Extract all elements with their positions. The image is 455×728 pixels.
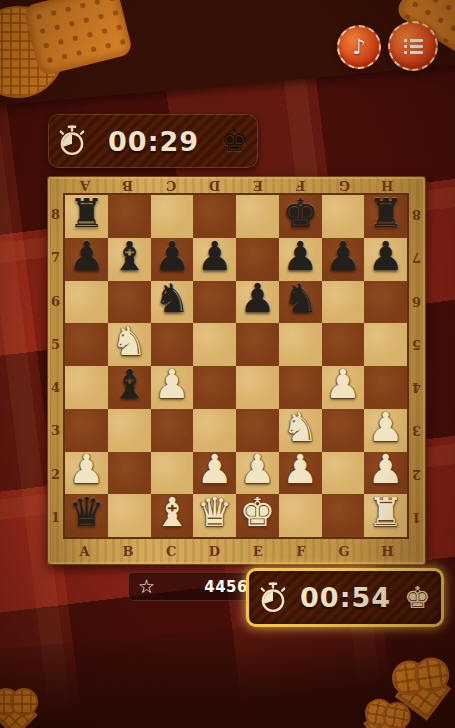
square-a3[interactable] bbox=[65, 409, 108, 452]
square-c6[interactable]: ♞ bbox=[151, 281, 194, 324]
piece-black-bishop-b4[interactable]: ♝ bbox=[111, 364, 147, 404]
coord-label-3: 3 bbox=[409, 409, 425, 452]
menu-list-icon bbox=[404, 36, 423, 57]
piece-white-pawn-c4[interactable]: ♟ bbox=[154, 364, 190, 404]
piece-white-pawn-g4[interactable]: ♟ bbox=[325, 364, 361, 404]
piece-black-pawn-c7[interactable]: ♟ bbox=[154, 236, 190, 276]
square-a7[interactable]: ♟ bbox=[65, 238, 108, 281]
square-b7[interactable]: ♝ bbox=[108, 238, 151, 281]
coord-label-1: 1 bbox=[48, 496, 63, 539]
star-icon: ☆ bbox=[138, 577, 155, 596]
piece-white-knight-b5[interactable]: ♞ bbox=[111, 321, 147, 361]
square-c1[interactable]: ♝ bbox=[151, 494, 194, 537]
piece-white-knight-f3[interactable]: ♞ bbox=[282, 407, 318, 447]
piece-white-pawn-e2[interactable]: ♟ bbox=[239, 449, 275, 489]
heart-cookie-bottom-left bbox=[0, 686, 36, 728]
game-screen: ♪ 00:29 ♚ ABCDEFGH ABCDEFGH 87654321 876… bbox=[0, 0, 455, 728]
coord-label-E: E bbox=[236, 540, 279, 563]
coord-label-4: 4 bbox=[48, 366, 63, 409]
rank-labels-right: 87654321 bbox=[409, 193, 425, 539]
coord-label-C: C bbox=[150, 177, 193, 193]
coord-label-6: 6 bbox=[48, 280, 63, 323]
square-d6[interactable] bbox=[193, 281, 236, 324]
black-timer-panel: 00:29 ♚ bbox=[48, 114, 258, 168]
square-b6[interactable] bbox=[108, 281, 151, 324]
square-f3[interactable]: ♞ bbox=[279, 409, 322, 452]
coord-label-2: 2 bbox=[409, 453, 425, 496]
square-d2[interactable]: ♟ bbox=[193, 452, 236, 495]
coord-label-C: C bbox=[150, 540, 193, 563]
music-note-icon: ♪ bbox=[352, 35, 365, 59]
stopwatch-icon bbox=[58, 125, 86, 157]
square-h6[interactable] bbox=[364, 281, 407, 324]
square-a8[interactable]: ♜ bbox=[65, 195, 108, 238]
piece-black-queen-a1[interactable]: ♛ bbox=[68, 492, 104, 532]
coord-label-2: 2 bbox=[48, 453, 63, 496]
piece-white-bishop-c1[interactable]: ♝ bbox=[154, 492, 190, 532]
square-d3[interactable] bbox=[193, 409, 236, 452]
square-f4[interactable] bbox=[279, 366, 322, 409]
square-b8[interactable] bbox=[108, 195, 151, 238]
square-g8[interactable] bbox=[322, 195, 365, 238]
square-c8[interactable] bbox=[151, 195, 194, 238]
piece-black-pawn-g7[interactable]: ♟ bbox=[325, 236, 361, 276]
square-f1[interactable] bbox=[279, 494, 322, 537]
square-b1[interactable] bbox=[108, 494, 151, 537]
square-b3[interactable] bbox=[108, 409, 151, 452]
coord-label-8: 8 bbox=[48, 193, 63, 236]
square-g2[interactable] bbox=[322, 452, 365, 495]
square-a2[interactable]: ♟ bbox=[65, 452, 108, 495]
piece-white-pawn-f2[interactable]: ♟ bbox=[282, 449, 318, 489]
square-h4[interactable] bbox=[364, 366, 407, 409]
square-f2[interactable]: ♟ bbox=[279, 452, 322, 495]
board-grid: ♜♚♜♟♝♟♟♟♟♟♞♟♞♞♝♟♟♞♟♟♟♟♟♟♛♝♛♚♜ bbox=[63, 193, 409, 539]
coord-label-D: D bbox=[193, 177, 236, 193]
coord-label-8: 8 bbox=[409, 193, 425, 236]
piece-black-pawn-d7[interactable]: ♟ bbox=[197, 236, 233, 276]
piece-black-king-f8[interactable]: ♚ bbox=[282, 193, 318, 233]
file-labels-top: ABCDEFGH bbox=[63, 177, 409, 193]
coord-label-5: 5 bbox=[409, 323, 425, 366]
coord-label-7: 7 bbox=[409, 236, 425, 279]
square-c2[interactable] bbox=[151, 452, 194, 495]
sound-button[interactable]: ♪ bbox=[337, 25, 381, 69]
rank-labels-left: 87654321 bbox=[48, 193, 63, 539]
piece-black-pawn-f7[interactable]: ♟ bbox=[282, 236, 318, 276]
coord-label-4: 4 bbox=[409, 366, 425, 409]
coord-label-5: 5 bbox=[48, 323, 63, 366]
square-g1[interactable] bbox=[322, 494, 365, 537]
square-c3[interactable] bbox=[151, 409, 194, 452]
square-e5[interactable] bbox=[236, 323, 279, 366]
piece-white-queen-d1[interactable]: ♛ bbox=[197, 492, 233, 532]
square-g5[interactable] bbox=[322, 323, 365, 366]
menu-button[interactable] bbox=[388, 21, 438, 71]
square-e4[interactable] bbox=[236, 366, 279, 409]
black-king-icon: ♚ bbox=[221, 126, 248, 156]
square-h1[interactable]: ♜ bbox=[364, 494, 407, 537]
coord-label-3: 3 bbox=[48, 409, 63, 452]
piece-black-pawn-h7[interactable]: ♟ bbox=[368, 236, 404, 276]
square-d8[interactable] bbox=[193, 195, 236, 238]
coord-label-H: H bbox=[366, 540, 409, 563]
coord-label-6: 6 bbox=[409, 280, 425, 323]
white-timer-panel: 00:54 ♚ bbox=[246, 568, 444, 627]
square-e3[interactable] bbox=[236, 409, 279, 452]
square-f8[interactable]: ♚ bbox=[279, 195, 322, 238]
piece-white-pawn-h3[interactable]: ♟ bbox=[368, 407, 404, 447]
square-d1[interactable]: ♛ bbox=[193, 494, 236, 537]
piece-black-rook-h8[interactable]: ♜ bbox=[368, 193, 404, 233]
square-f6[interactable]: ♞ bbox=[279, 281, 322, 324]
square-f7[interactable]: ♟ bbox=[279, 238, 322, 281]
piece-white-rook-h1[interactable]: ♜ bbox=[368, 492, 404, 532]
white-timer-value: 00:54 bbox=[287, 582, 404, 613]
square-a5[interactable] bbox=[65, 323, 108, 366]
piece-black-knight-c6[interactable]: ♞ bbox=[154, 278, 190, 318]
square-d5[interactable] bbox=[193, 323, 236, 366]
score-value: 4456 bbox=[155, 578, 248, 596]
square-a1[interactable]: ♛ bbox=[65, 494, 108, 537]
square-g3[interactable] bbox=[322, 409, 365, 452]
square-h7[interactable]: ♟ bbox=[364, 238, 407, 281]
black-timer-value: 00:29 bbox=[86, 126, 221, 157]
coord-label-B: B bbox=[106, 540, 149, 563]
piece-black-pawn-e6[interactable]: ♟ bbox=[239, 278, 275, 318]
piece-black-bishop-b7[interactable]: ♝ bbox=[111, 236, 147, 276]
piece-white-pawn-h2[interactable]: ♟ bbox=[368, 449, 404, 489]
coord-label-7: 7 bbox=[48, 236, 63, 279]
square-a4[interactable] bbox=[65, 366, 108, 409]
square-a6[interactable] bbox=[65, 281, 108, 324]
coord-label-A: A bbox=[63, 540, 106, 563]
square-h5[interactable] bbox=[364, 323, 407, 366]
piece-white-pawn-a2[interactable]: ♟ bbox=[68, 449, 104, 489]
square-d4[interactable] bbox=[193, 366, 236, 409]
piece-black-rook-a8[interactable]: ♜ bbox=[68, 193, 104, 233]
piece-white-king-e1[interactable]: ♚ bbox=[239, 492, 275, 532]
square-g6[interactable] bbox=[322, 281, 365, 324]
square-e8[interactable] bbox=[236, 195, 279, 238]
coord-label-E: E bbox=[236, 177, 279, 193]
coord-label-B: B bbox=[106, 177, 149, 193]
piece-white-pawn-d2[interactable]: ♟ bbox=[197, 449, 233, 489]
square-d7[interactable]: ♟ bbox=[193, 238, 236, 281]
piece-black-knight-f6[interactable]: ♞ bbox=[282, 278, 318, 318]
square-g4[interactable]: ♟ bbox=[322, 366, 365, 409]
square-c7[interactable]: ♟ bbox=[151, 238, 194, 281]
coord-label-G: G bbox=[323, 177, 366, 193]
coord-label-1: 1 bbox=[409, 496, 425, 539]
square-e7[interactable] bbox=[236, 238, 279, 281]
stopwatch-icon bbox=[259, 582, 287, 614]
square-c5[interactable] bbox=[151, 323, 194, 366]
square-e1[interactable]: ♚ bbox=[236, 494, 279, 537]
square-h2[interactable]: ♟ bbox=[364, 452, 407, 495]
square-e2[interactable]: ♟ bbox=[236, 452, 279, 495]
square-h3[interactable]: ♟ bbox=[364, 409, 407, 452]
coord-label-D: D bbox=[193, 540, 236, 563]
square-h8[interactable]: ♜ bbox=[364, 195, 407, 238]
piece-black-pawn-a7[interactable]: ♟ bbox=[68, 236, 104, 276]
coord-label-F: F bbox=[279, 540, 322, 563]
square-f5[interactable] bbox=[279, 323, 322, 366]
square-b5[interactable]: ♞ bbox=[108, 323, 151, 366]
score-box: ☆ 4456 bbox=[128, 572, 258, 601]
square-b4[interactable]: ♝ bbox=[108, 366, 151, 409]
white-king-icon: ♚ bbox=[404, 583, 431, 613]
coord-label-G: G bbox=[323, 540, 366, 563]
square-c4[interactable]: ♟ bbox=[151, 366, 194, 409]
square-b2[interactable] bbox=[108, 452, 151, 495]
square-e6[interactable]: ♟ bbox=[236, 281, 279, 324]
chess-board: ABCDEFGH ABCDEFGH 87654321 87654321 ♜♚♜♟… bbox=[47, 176, 426, 565]
square-g7[interactable]: ♟ bbox=[322, 238, 365, 281]
file-labels-bottom: ABCDEFGH bbox=[63, 540, 409, 563]
